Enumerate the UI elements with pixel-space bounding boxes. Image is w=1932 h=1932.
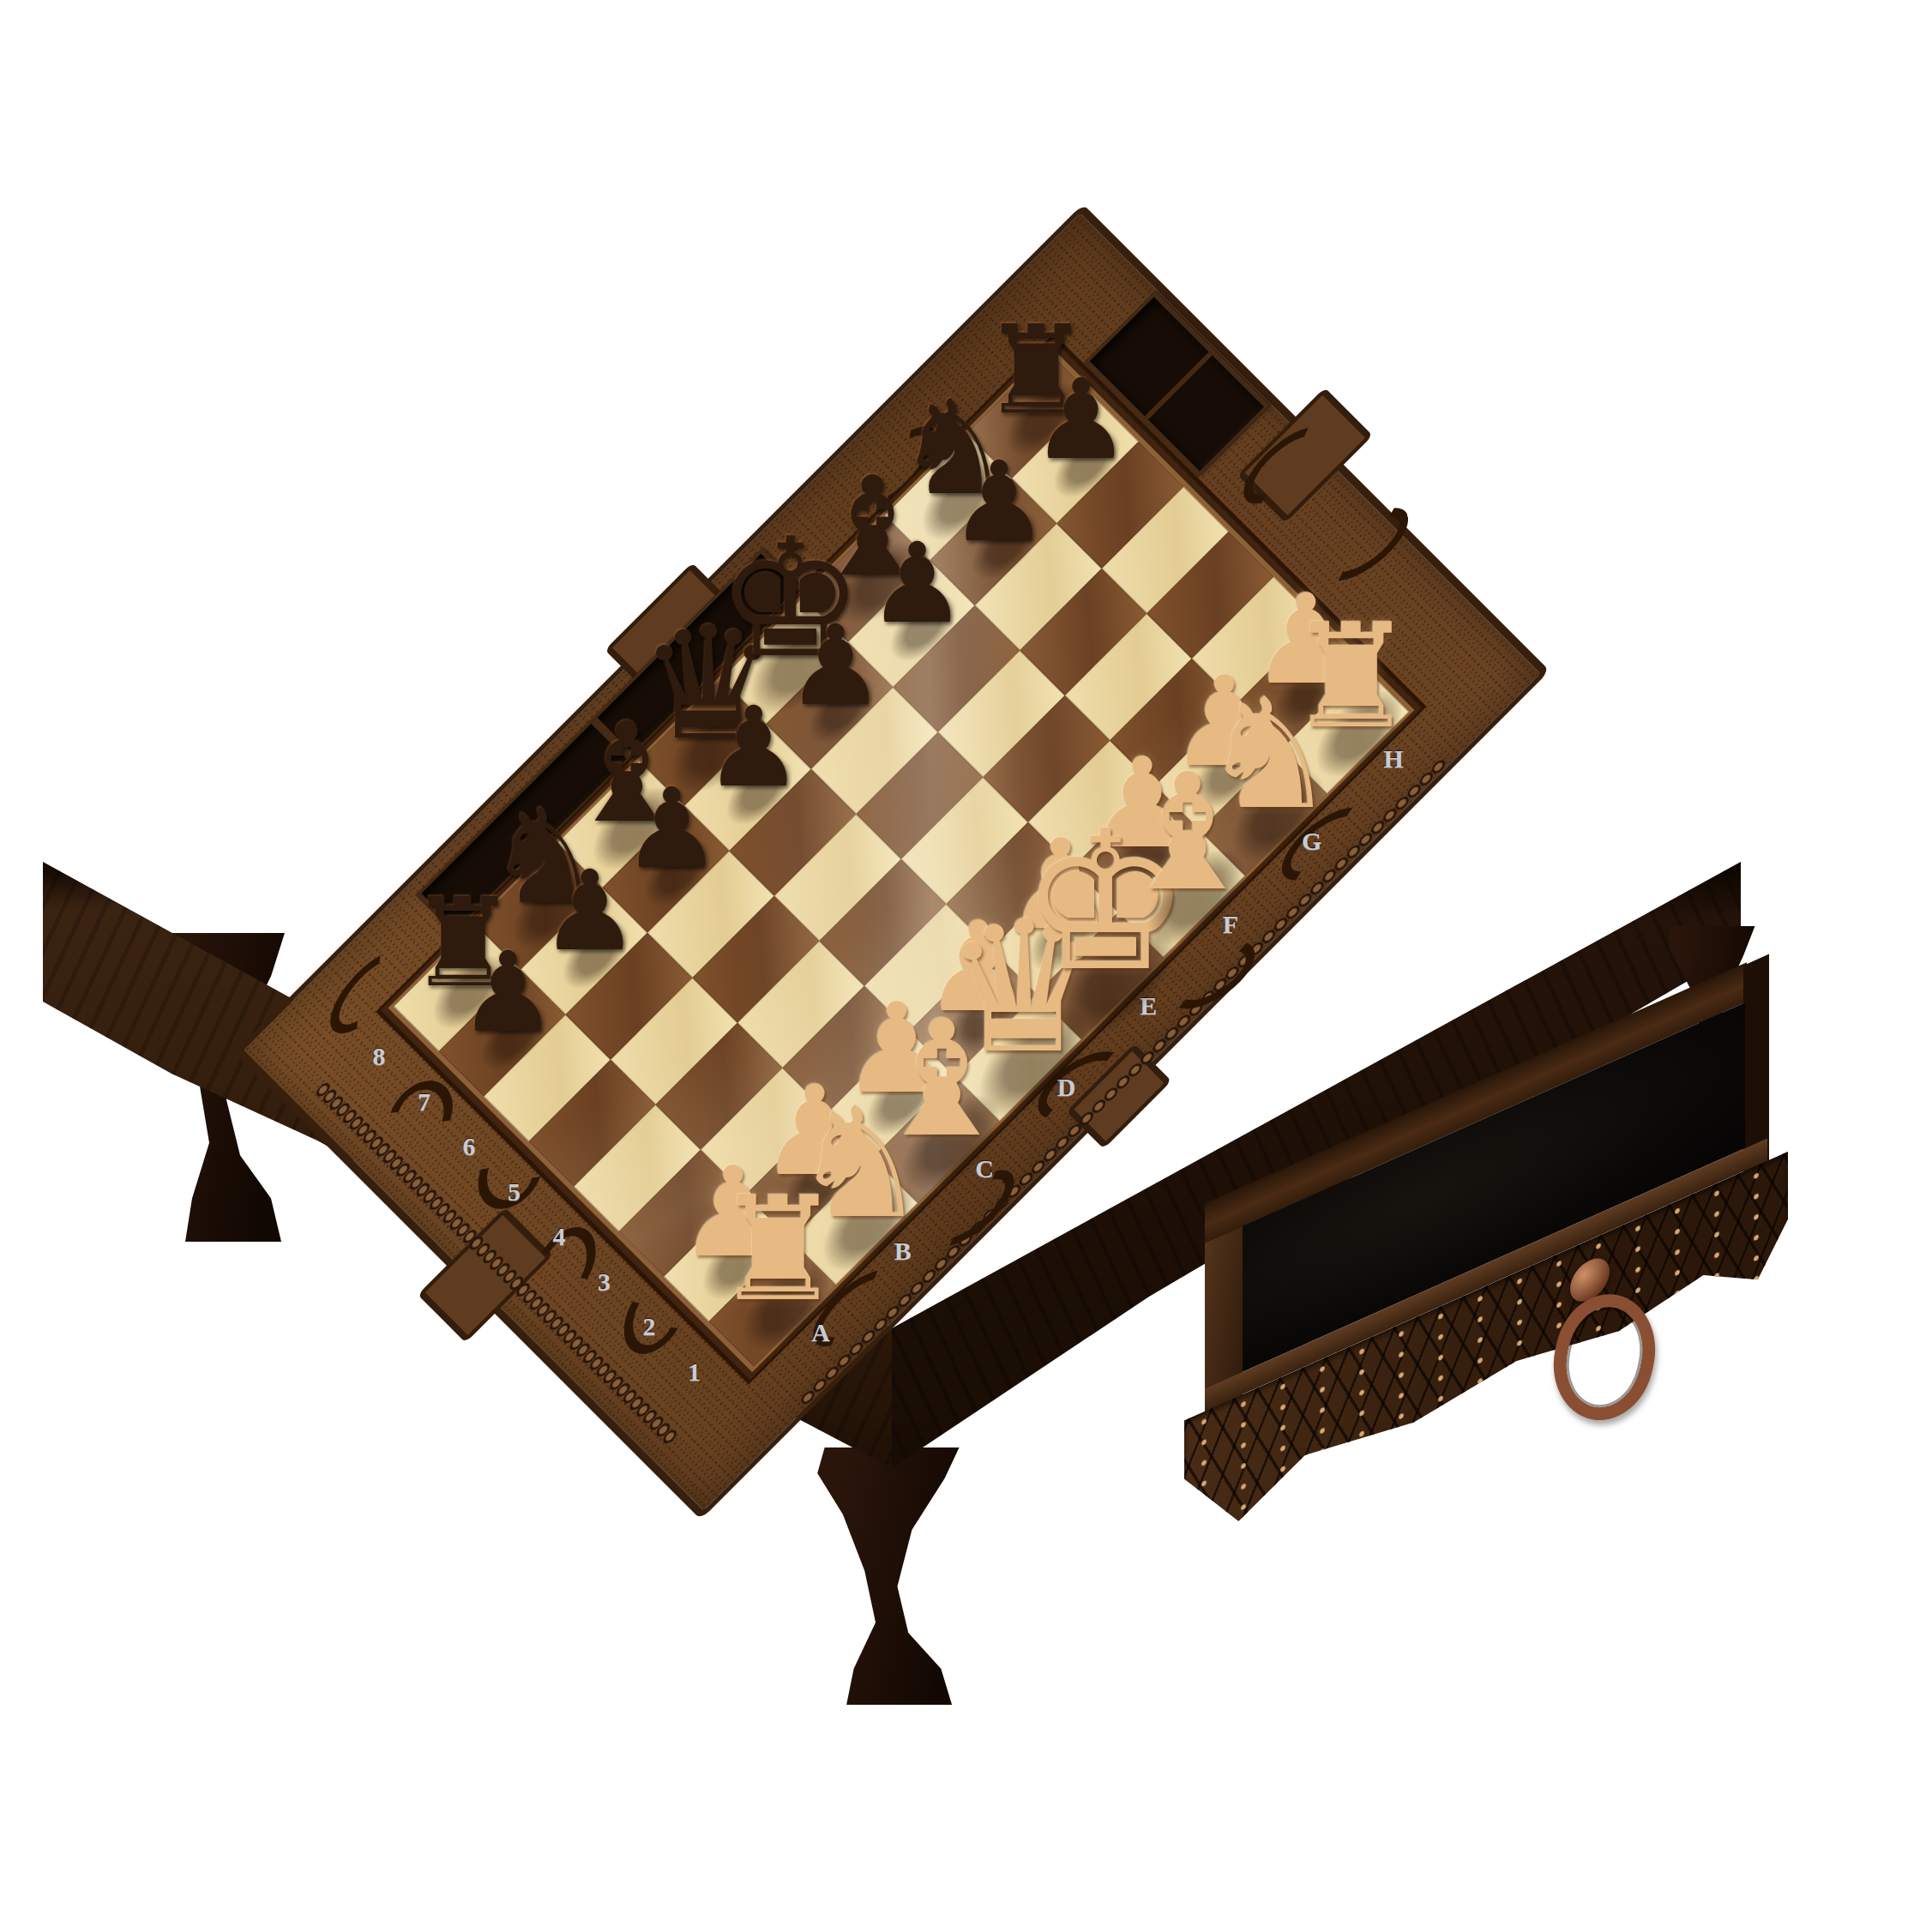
product-photo-scene: 12345678ABCDEFGH ♜♞♝♛♚♝♞♜♟♟♟♟♟♟♟♟♟♟♟♟♟♟♟… [0, 0, 1932, 1932]
rank-label-4: 4 [552, 1222, 565, 1251]
frame-corner-ear-left [418, 1207, 553, 1343]
rook-glyph-icon: ♜ [1286, 605, 1416, 749]
rank-label-2: 2 [642, 1312, 655, 1341]
rank-label-5: 5 [508, 1177, 521, 1207]
rank-label-7: 7 [418, 1087, 430, 1116]
carved-scroll-ornament [316, 942, 421, 1043]
rank-label-6: 6 [462, 1132, 475, 1161]
rank-label-3: 3 [598, 1267, 611, 1297]
pawn-glyph-icon: ♟ [1031, 364, 1130, 475]
rank-label-1: 1 [688, 1357, 701, 1387]
table-leg-front [799, 1447, 981, 1705]
rank-label-8: 8 [372, 1042, 385, 1071]
